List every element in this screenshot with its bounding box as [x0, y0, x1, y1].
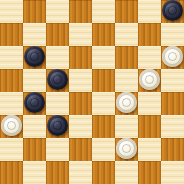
square-h8[interactable] — [161, 0, 184, 23]
square-c3[interactable] — [46, 115, 69, 138]
square-d7 — [69, 23, 92, 46]
square-b2[interactable] — [23, 138, 46, 161]
square-h2[interactable] — [161, 138, 184, 161]
square-b4[interactable] — [23, 92, 46, 115]
black-man-c5[interactable] — [47, 69, 68, 90]
square-d6[interactable] — [69, 46, 92, 69]
square-g3[interactable] — [138, 115, 161, 138]
square-f2[interactable] — [115, 138, 138, 161]
square-c4 — [46, 92, 69, 115]
square-b5 — [23, 69, 46, 92]
checkers-board — [0, 0, 184, 184]
square-a3[interactable] — [0, 115, 23, 138]
square-e8 — [92, 0, 115, 23]
black-man-c3[interactable] — [47, 115, 68, 136]
square-a2 — [0, 138, 23, 161]
square-g1[interactable] — [138, 161, 161, 184]
square-c8 — [46, 0, 69, 23]
square-e6 — [92, 46, 115, 69]
square-a5[interactable] — [0, 69, 23, 92]
square-d2[interactable] — [69, 138, 92, 161]
square-c1[interactable] — [46, 161, 69, 184]
square-g5[interactable] — [138, 69, 161, 92]
white-man-g5[interactable] — [139, 69, 160, 90]
square-h6[interactable] — [161, 46, 184, 69]
black-man-b6[interactable] — [24, 46, 45, 67]
square-e2 — [92, 138, 115, 161]
square-c5[interactable] — [46, 69, 69, 92]
square-b1 — [23, 161, 46, 184]
square-f4[interactable] — [115, 92, 138, 115]
square-f7 — [115, 23, 138, 46]
white-man-f2[interactable] — [116, 138, 137, 159]
black-man-b4[interactable] — [24, 92, 45, 113]
square-g4 — [138, 92, 161, 115]
square-e4 — [92, 92, 115, 115]
square-e5[interactable] — [92, 69, 115, 92]
square-f5 — [115, 69, 138, 92]
white-man-h6[interactable] — [162, 46, 183, 67]
square-d1 — [69, 161, 92, 184]
square-a1[interactable] — [0, 161, 23, 184]
square-b7 — [23, 23, 46, 46]
square-e3[interactable] — [92, 115, 115, 138]
square-g7[interactable] — [138, 23, 161, 46]
checkers-app — [0, 0, 184, 184]
square-b8[interactable] — [23, 0, 46, 23]
square-a8 — [0, 0, 23, 23]
square-h3 — [161, 115, 184, 138]
white-man-a3[interactable] — [1, 115, 22, 136]
square-g6 — [138, 46, 161, 69]
black-man-h8[interactable] — [162, 0, 183, 21]
square-f6[interactable] — [115, 46, 138, 69]
square-h5 — [161, 69, 184, 92]
square-a6 — [0, 46, 23, 69]
square-e1[interactable] — [92, 161, 115, 184]
square-b3 — [23, 115, 46, 138]
square-g2 — [138, 138, 161, 161]
square-d4[interactable] — [69, 92, 92, 115]
square-g8 — [138, 0, 161, 23]
square-d3 — [69, 115, 92, 138]
square-d8[interactable] — [69, 0, 92, 23]
white-man-f4[interactable] — [116, 92, 137, 113]
square-c6 — [46, 46, 69, 69]
square-c2 — [46, 138, 69, 161]
square-h1 — [161, 161, 184, 184]
square-a4 — [0, 92, 23, 115]
square-f3 — [115, 115, 138, 138]
square-h4[interactable] — [161, 92, 184, 115]
square-h7 — [161, 23, 184, 46]
square-f1 — [115, 161, 138, 184]
square-e7[interactable] — [92, 23, 115, 46]
square-b6[interactable] — [23, 46, 46, 69]
square-f8[interactable] — [115, 0, 138, 23]
square-d5 — [69, 69, 92, 92]
square-a7[interactable] — [0, 23, 23, 46]
square-c7[interactable] — [46, 23, 69, 46]
